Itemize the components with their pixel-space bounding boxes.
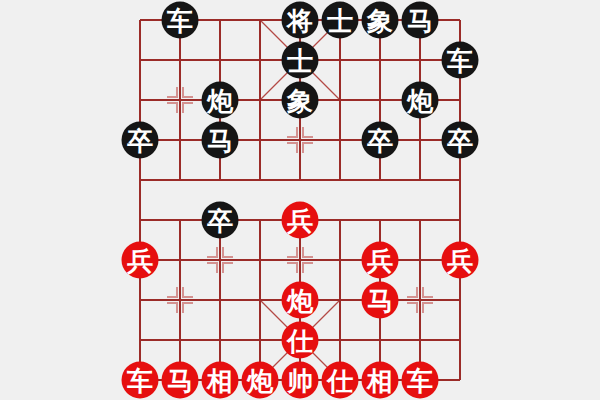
point-marker-corner <box>182 287 193 298</box>
point-marker-corner <box>422 287 433 298</box>
piece-red-p-f7r4[interactable]: 兵 <box>362 242 399 279</box>
point-marker-corner <box>287 247 298 258</box>
point-marker-corner <box>167 302 178 313</box>
piece-red-p-f9r4[interactable]: 兵 <box>442 242 479 279</box>
piece-black-n-f8r10[interactable]: 马 <box>402 2 439 39</box>
piece-red-n-f2r1[interactable]: 马 <box>162 362 199 399</box>
point-marker-corner <box>302 142 313 153</box>
point-marker-corner <box>287 262 298 273</box>
piece-red-b-f7r1[interactable]: 相 <box>362 362 399 399</box>
piece-red-a-f6r1[interactable]: 仕 <box>322 362 359 399</box>
piece-black-r-f9r9[interactable]: 车 <box>442 42 479 79</box>
point-marker-corner <box>222 262 233 273</box>
point-marker-corner <box>207 262 218 273</box>
piece-red-r-f8r1[interactable]: 车 <box>402 362 439 399</box>
point-marker-corner <box>167 87 178 98</box>
point-marker-corner <box>422 302 433 313</box>
point-marker-corner <box>167 287 178 298</box>
point-marker-corner <box>302 127 313 138</box>
point-marker-corner <box>207 247 218 258</box>
point-marker <box>287 247 313 273</box>
point-marker-corner <box>182 302 193 313</box>
piece-black-c-f3r8[interactable]: 炮 <box>202 82 239 119</box>
piece-black-c-f8r8[interactable]: 炮 <box>402 82 439 119</box>
piece-black-a-f5r9[interactable]: 士 <box>282 42 319 79</box>
point-marker <box>207 247 233 273</box>
xiangqi-board: 车将士象马士车炮象炮卒马卒卒卒兵兵兵兵炮马仕车马相炮帅仕相车 <box>0 0 600 400</box>
point-marker <box>167 87 193 113</box>
piece-black-p-f7r7[interactable]: 卒 <box>362 122 399 159</box>
piece-black-p-f9r7[interactable]: 卒 <box>442 122 479 159</box>
piece-red-c-f4r1[interactable]: 炮 <box>242 362 279 399</box>
piece-black-p-f3r5[interactable]: 卒 <box>202 202 239 239</box>
point-marker-corner <box>302 247 313 258</box>
point-marker-corner <box>407 302 418 313</box>
point-marker-corner <box>407 287 418 298</box>
screenshot-root: 车将士象马士车炮象炮卒马卒卒卒兵兵兵兵炮马仕车马相炮帅仕相车 <box>0 0 600 400</box>
piece-black-p-f1r7[interactable]: 卒 <box>122 122 159 159</box>
point-marker <box>167 287 193 313</box>
point-marker <box>407 287 433 313</box>
piece-black-k-f5r10[interactable]: 将 <box>282 2 319 39</box>
piece-red-b-f3r1[interactable]: 相 <box>202 362 239 399</box>
piece-red-a-f5r2[interactable]: 仕 <box>282 322 319 359</box>
point-marker-corner <box>182 102 193 113</box>
point-marker-corner <box>167 102 178 113</box>
piece-red-k-f5r1[interactable]: 帅 <box>282 362 319 399</box>
piece-black-n-f3r7[interactable]: 马 <box>202 122 239 159</box>
point-marker-corner <box>302 262 313 273</box>
point-marker-corner <box>222 247 233 258</box>
piece-red-n-f7r3[interactable]: 马 <box>362 282 399 319</box>
point-marker-corner <box>287 127 298 138</box>
point-marker-corner <box>182 87 193 98</box>
point-marker <box>287 127 313 153</box>
piece-red-c-f5r3[interactable]: 炮 <box>282 282 319 319</box>
point-marker-corner <box>287 142 298 153</box>
piece-black-b-f5r8[interactable]: 象 <box>282 82 319 119</box>
piece-red-r-f1r1[interactable]: 车 <box>122 362 159 399</box>
piece-black-b-f7r10[interactable]: 象 <box>362 2 399 39</box>
piece-red-p-f1r4[interactable]: 兵 <box>122 242 159 279</box>
piece-red-p-f5r5[interactable]: 兵 <box>282 202 319 239</box>
piece-black-r-f2r10[interactable]: 车 <box>162 2 199 39</box>
piece-black-a-f6r10[interactable]: 士 <box>322 2 359 39</box>
